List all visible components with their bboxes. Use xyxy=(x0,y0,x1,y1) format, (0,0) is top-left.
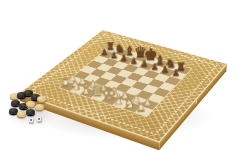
checker-tan xyxy=(37,96,46,102)
checker-tan xyxy=(17,111,26,117)
die-pip xyxy=(30,119,32,121)
checker-black xyxy=(26,109,35,115)
die xyxy=(37,117,42,122)
checker-tan xyxy=(35,104,44,110)
die xyxy=(29,118,34,123)
die-pip xyxy=(38,118,40,120)
product-photo: ♜♞♝♛♚♝♞♜♟♟♟♟♟♟♟♟♟♟♟♟♟♟♟♟♜♞♝♛♚♝♞♜ xyxy=(0,0,240,150)
accessories xyxy=(0,0,240,150)
checker-tan xyxy=(26,101,35,107)
